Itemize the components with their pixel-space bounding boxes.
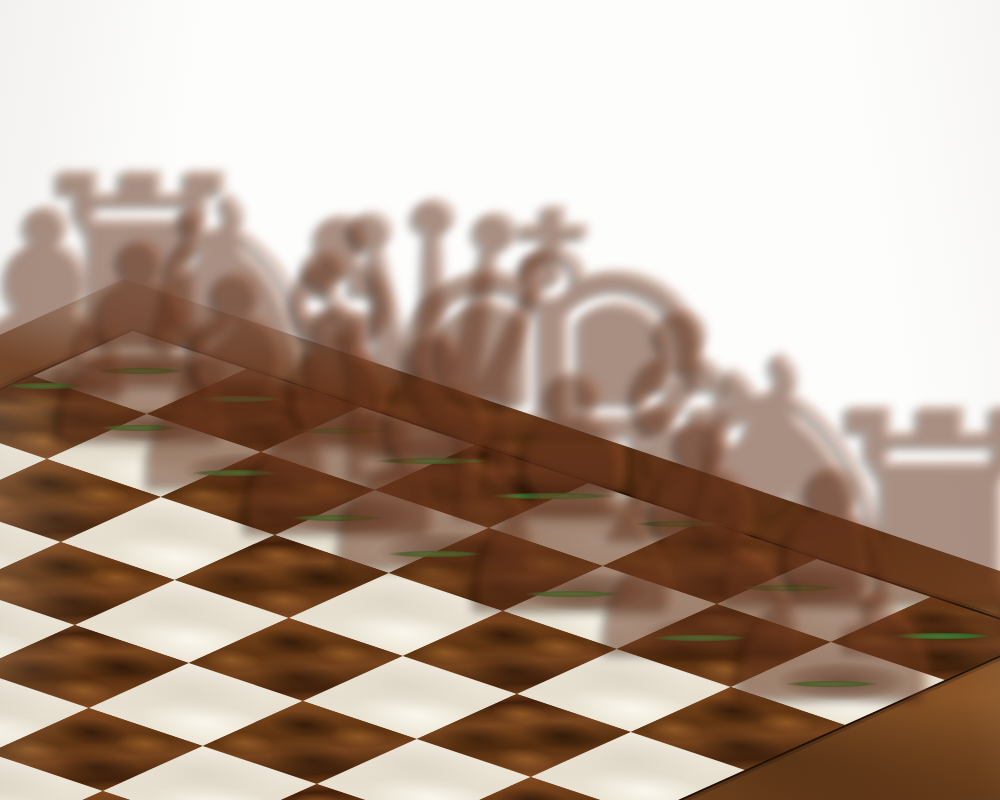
chess-board bbox=[0, 279, 1000, 800]
chess-photo-scene: ♜♞♝♛♚♝♞♜♟♟♟♟♟♟♟♟ bbox=[0, 0, 1000, 800]
board-frame bbox=[0, 279, 1000, 800]
board-playing-field bbox=[0, 331, 1000, 800]
